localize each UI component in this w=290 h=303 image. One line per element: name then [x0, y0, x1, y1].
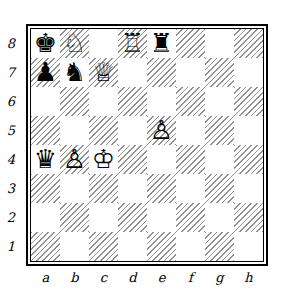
- square-h1[interactable]: [234, 232, 263, 261]
- file-label-b: b: [60, 268, 89, 288]
- square-f2[interactable]: [176, 203, 205, 232]
- file-label-f: f: [176, 268, 205, 288]
- square-f5[interactable]: [176, 116, 205, 145]
- square-f3[interactable]: [176, 174, 205, 203]
- file-labels: abcdefgh: [31, 268, 263, 288]
- square-h5[interactable]: [234, 116, 263, 145]
- rank-label-5: 5: [2, 116, 20, 145]
- square-e3[interactable]: [147, 174, 176, 203]
- square-g1[interactable]: [205, 232, 234, 261]
- white-king-piece: ♔: [89, 145, 118, 174]
- square-b6[interactable]: [60, 87, 89, 116]
- square-a8[interactable]: ♚: [31, 29, 60, 58]
- white-queen-piece: ♕: [89, 58, 118, 87]
- chess-diagram: 87654321 ♚♘♖♜♟♞♕♙♛♙♔ abcdefgh: [0, 0, 290, 303]
- file-label-d: d: [118, 268, 147, 288]
- square-c8[interactable]: [89, 29, 118, 58]
- file-label-a: a: [31, 268, 60, 288]
- rank-labels: 87654321: [2, 29, 20, 261]
- square-g6[interactable]: [205, 87, 234, 116]
- square-f6[interactable]: [176, 87, 205, 116]
- square-c7[interactable]: ♕: [89, 58, 118, 87]
- rank-label-8: 8: [2, 29, 20, 58]
- square-f8[interactable]: [176, 29, 205, 58]
- square-g3[interactable]: [205, 174, 234, 203]
- square-b1[interactable]: [60, 232, 89, 261]
- square-a7[interactable]: ♟: [31, 58, 60, 87]
- black-king-piece: ♚: [31, 29, 60, 58]
- square-h3[interactable]: [234, 174, 263, 203]
- square-b3[interactable]: [60, 174, 89, 203]
- square-g7[interactable]: [205, 58, 234, 87]
- rank-label-2: 2: [2, 203, 20, 232]
- board-frame: ♚♘♖♜♟♞♕♙♛♙♔: [26, 24, 268, 266]
- square-e5[interactable]: ♙: [147, 116, 176, 145]
- square-f1[interactable]: [176, 232, 205, 261]
- square-h6[interactable]: [234, 87, 263, 116]
- white-pawn-piece: ♙: [147, 116, 176, 145]
- square-g8[interactable]: [205, 29, 234, 58]
- square-e7[interactable]: [147, 58, 176, 87]
- white-pawn-piece: ♙: [60, 145, 89, 174]
- black-pawn-piece: ♟: [31, 58, 60, 87]
- square-h8[interactable]: [234, 29, 263, 58]
- black-knight-piece: ♞: [60, 58, 89, 87]
- rank-label-1: 1: [2, 232, 20, 261]
- file-label-g: g: [205, 268, 234, 288]
- square-c3[interactable]: [89, 174, 118, 203]
- rank-label-6: 6: [2, 87, 20, 116]
- black-rook-piece: ♜: [147, 29, 176, 58]
- square-d1[interactable]: [118, 232, 147, 261]
- file-label-e: e: [147, 268, 176, 288]
- square-g2[interactable]: [205, 203, 234, 232]
- square-c5[interactable]: [89, 116, 118, 145]
- file-label-h: h: [234, 268, 263, 288]
- square-e8[interactable]: ♜: [147, 29, 176, 58]
- square-b2[interactable]: [60, 203, 89, 232]
- square-a1[interactable]: [31, 232, 60, 261]
- file-label-c: c: [89, 268, 118, 288]
- square-b4[interactable]: ♙: [60, 145, 89, 174]
- square-e1[interactable]: [147, 232, 176, 261]
- square-c6[interactable]: [89, 87, 118, 116]
- square-c1[interactable]: [89, 232, 118, 261]
- square-f4[interactable]: [176, 145, 205, 174]
- square-b5[interactable]: [60, 116, 89, 145]
- square-g4[interactable]: [205, 145, 234, 174]
- square-e4[interactable]: [147, 145, 176, 174]
- square-a5[interactable]: [31, 116, 60, 145]
- square-a2[interactable]: [31, 203, 60, 232]
- square-d4[interactable]: [118, 145, 147, 174]
- square-d2[interactable]: [118, 203, 147, 232]
- square-b7[interactable]: ♞: [60, 58, 89, 87]
- square-d8[interactable]: ♖: [118, 29, 147, 58]
- square-h2[interactable]: [234, 203, 263, 232]
- black-queen-piece: ♛: [31, 145, 60, 174]
- square-g5[interactable]: [205, 116, 234, 145]
- white-knight-piece: ♘: [60, 29, 89, 58]
- square-a6[interactable]: [31, 87, 60, 116]
- square-d5[interactable]: [118, 116, 147, 145]
- square-c2[interactable]: [89, 203, 118, 232]
- square-a4[interactable]: ♛: [31, 145, 60, 174]
- square-e6[interactable]: [147, 87, 176, 116]
- square-c4[interactable]: ♔: [89, 145, 118, 174]
- square-e2[interactable]: [147, 203, 176, 232]
- square-f7[interactable]: [176, 58, 205, 87]
- rank-label-4: 4: [2, 145, 20, 174]
- square-b8[interactable]: ♘: [60, 29, 89, 58]
- square-d3[interactable]: [118, 174, 147, 203]
- square-d7[interactable]: [118, 58, 147, 87]
- white-rook-piece: ♖: [118, 29, 147, 58]
- square-d6[interactable]: [118, 87, 147, 116]
- board: ♚♘♖♜♟♞♕♙♛♙♔: [30, 28, 264, 262]
- rank-label-7: 7: [2, 58, 20, 87]
- square-h4[interactable]: [234, 145, 263, 174]
- rank-label-3: 3: [2, 174, 20, 203]
- square-a3[interactable]: [31, 174, 60, 203]
- square-h7[interactable]: [234, 58, 263, 87]
